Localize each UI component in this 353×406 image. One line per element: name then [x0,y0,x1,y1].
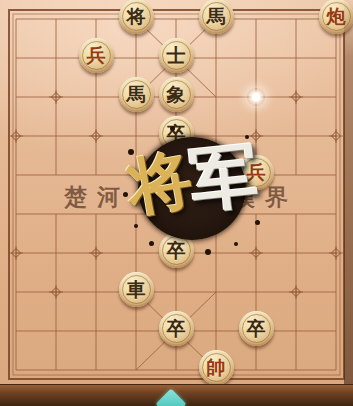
piece-black-chariot[interactable]: 車 [119,272,154,307]
piece-black-horse[interactable]: 馬 [119,77,154,112]
piece-red-general[interactable]: 帥 [199,350,234,385]
piece-red-soldier[interactable]: 兵 [79,38,114,73]
board-intersection[interactable] [0,156,36,195]
piece-char: 象 [167,85,186,104]
board-intersection[interactable] [276,312,316,351]
piece-char: 車 [127,280,146,299]
board-intersection[interactable] [276,234,316,273]
board-intersection[interactable] [276,156,316,195]
board-intersection[interactable]: 士 [156,39,196,78]
piece-char: 士 [167,46,186,65]
check-char-jun: 军 [187,140,262,215]
board-intersection[interactable] [0,39,36,78]
board-intersection[interactable] [76,117,116,156]
piece-char: 卒 [167,319,186,338]
board-intersection[interactable] [196,312,236,351]
board-intersection[interactable] [0,195,36,234]
piece-black-horse[interactable]: 馬 [199,0,234,34]
ink-splatter-dot [205,249,211,255]
board-intersection[interactable] [76,0,116,39]
board-intersection[interactable] [36,234,76,273]
board-intersection[interactable] [116,312,156,351]
ink-splatter-dot [149,241,154,246]
piece-black-soldier[interactable]: 卒 [239,311,274,346]
board-intersection[interactable] [76,195,116,234]
ink-splatter-dot [128,149,134,155]
board-intersection[interactable]: 卒 [236,312,276,351]
piece-char: 馬 [127,85,146,104]
board-intersection[interactable] [276,117,316,156]
board-intersection[interactable] [0,117,36,156]
piece-char: 卒 [247,319,266,338]
board-intersection[interactable] [156,273,196,312]
board-intersection[interactable]: 馬 [116,78,156,117]
board-intersection[interactable] [116,39,156,78]
board-intersection[interactable] [36,312,76,351]
board-intersection[interactable]: 兵 [76,39,116,78]
ink-splatter-dot [134,224,138,228]
board-intersection[interactable] [276,273,316,312]
board-intersection[interactable] [276,39,316,78]
sparkle-effect [247,88,265,106]
ink-splatter-dot [123,192,128,197]
piece-char: 将 [127,7,146,26]
board-intersection[interactable] [0,0,36,39]
piece-char: 馬 [207,7,226,26]
board-intersection[interactable]: 将 [116,0,156,39]
board-intersection[interactable] [76,234,116,273]
board-intersection[interactable] [236,0,276,39]
board-intersection[interactable]: 卒 [156,312,196,351]
check-char-jiang: 将 [123,146,197,220]
ink-splatter-dot [245,135,249,139]
board-intersection[interactable]: 象 [156,78,196,117]
board-intersection[interactable] [276,78,316,117]
piece-black-general[interactable]: 将 [119,0,154,34]
check-announcement-overlay: 将 军 [128,125,260,255]
board-intersection[interactable] [76,156,116,195]
board-intersection[interactable] [0,234,36,273]
board-intersection[interactable] [196,273,236,312]
board-intersection[interactable] [76,312,116,351]
piece-char: 兵 [87,46,106,65]
board-intersection[interactable] [196,39,236,78]
board-intersection[interactable] [0,273,36,312]
board-intersection[interactable] [36,39,76,78]
board-intersection[interactable] [0,78,36,117]
board-intersection[interactable] [156,0,196,39]
piece-black-soldier[interactable]: 卒 [159,311,194,346]
piece-char: 炮 [327,7,346,26]
board-intersection[interactable] [276,0,316,39]
xiangqi-game-screen: 楚河 漢界 将馬炮兵士馬象卒兵卒車卒卒帥 将 军 [0,0,353,406]
ink-splatter-dot [255,220,260,225]
board-right-edge [344,0,353,406]
board-intersection[interactable] [36,0,76,39]
board-intersection[interactable] [236,273,276,312]
board-intersection[interactable] [36,273,76,312]
board-intersection[interactable] [76,273,116,312]
board-intersection[interactable]: 車 [116,273,156,312]
board-intersection[interactable] [236,39,276,78]
piece-black-elephant[interactable]: 象 [159,77,194,112]
board-intersection[interactable] [36,117,76,156]
board-intersection[interactable] [0,312,36,351]
board-intersection[interactable]: 馬 [196,0,236,39]
piece-char: 帥 [207,358,226,377]
ink-splatter-dot [170,126,175,131]
board-intersection[interactable] [36,156,76,195]
board-intersection[interactable] [76,78,116,117]
board-intersection[interactable] [36,195,76,234]
board-intersection[interactable] [36,78,76,117]
ink-splatter-dot [234,242,238,246]
piece-black-advisor[interactable]: 士 [159,38,194,73]
board-intersection[interactable] [276,195,316,234]
board-intersection[interactable] [196,78,236,117]
